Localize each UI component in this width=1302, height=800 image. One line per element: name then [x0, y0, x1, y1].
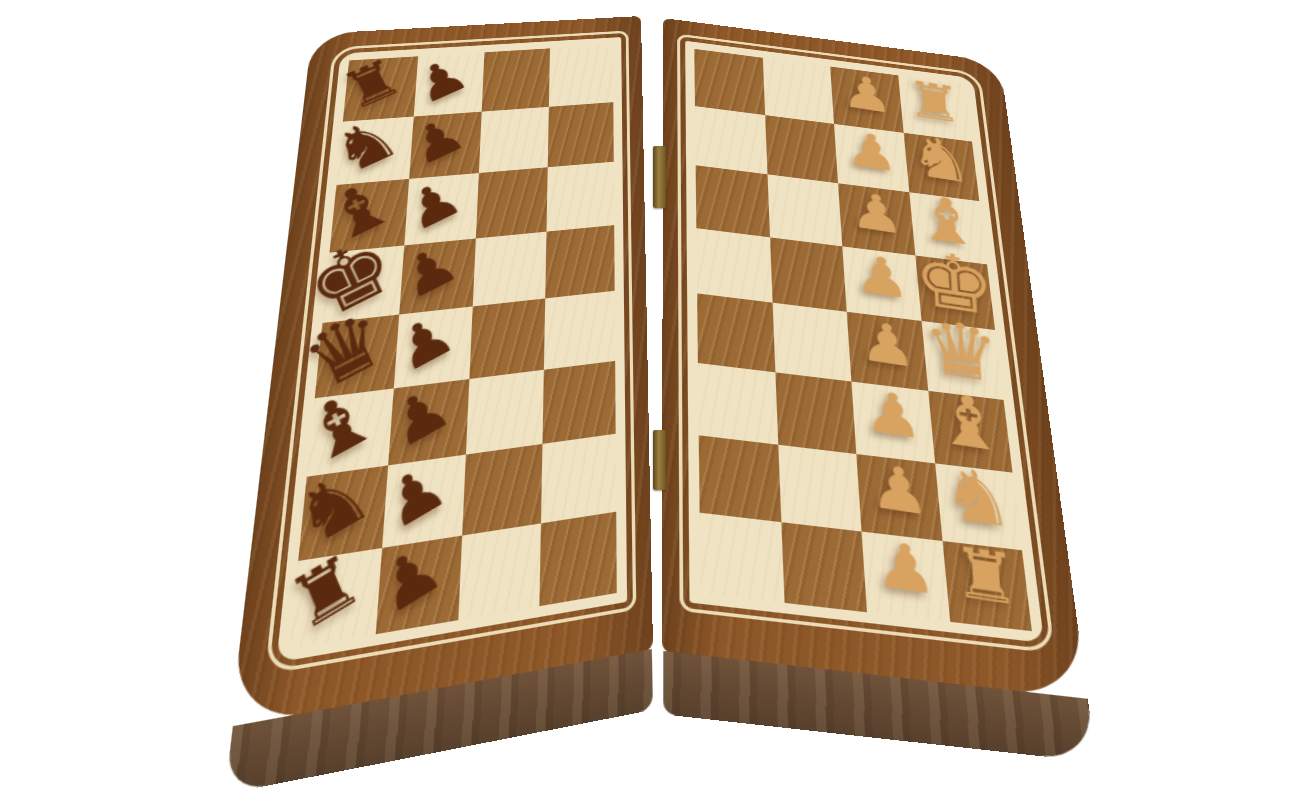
square: ♟ [830, 67, 903, 133]
square [695, 106, 767, 175]
piece-black-pawn: ♟ [375, 453, 456, 540]
square [696, 228, 772, 303]
board-grid-right: ♟♜♟♞♟♝♟♚♟♛♟♝♟♞♟♜ [694, 49, 1032, 631]
square [762, 58, 834, 124]
piece-white-pawn: ♟ [858, 313, 917, 376]
board-right-panel: ♟♜♟♞♟♝♟♚♟♛♟♝♟♞♟♜ [662, 18, 1088, 700]
square: ♟ [842, 246, 921, 321]
board-grid-left: ♜♟♞♟♝♟♚♟♛♟♝♟♞♟♜♟ [289, 45, 617, 650]
square [700, 512, 784, 603]
square [458, 523, 540, 620]
square [765, 115, 838, 184]
square [476, 167, 547, 238]
square [772, 303, 851, 381]
brass-hinge-top [653, 146, 666, 208]
piece-white-rook: ♜ [951, 537, 1023, 617]
piece-white-pawn: ♟ [873, 532, 938, 605]
square [545, 225, 615, 299]
square [546, 162, 614, 232]
board-left-panel: ♜♟♞♟♝♟♚♟♛♟♝♟♞♟♜♟ [230, 16, 653, 728]
piece-black-pawn: ♟ [402, 108, 473, 174]
piece-white-knight: ♞ [940, 456, 1016, 539]
piece-white-pawn: ♟ [868, 455, 931, 525]
square [781, 522, 867, 613]
piece-black-pawn: ♟ [381, 377, 460, 459]
right-panel-frame: ♟♜♟♞♟♝♟♚♟♛♟♝♟♞♟♜ [662, 18, 1088, 700]
piece-white-pawn: ♟ [840, 67, 893, 120]
square [769, 237, 846, 312]
piece-black-pawn: ♟ [397, 171, 470, 240]
square [469, 298, 544, 378]
square [462, 444, 542, 535]
piece-white-pawn: ♟ [853, 247, 911, 307]
brass-hinge-bottom [653, 430, 666, 490]
square [466, 369, 543, 454]
square [540, 434, 616, 523]
piece-black-pawn: ♟ [407, 49, 476, 111]
square [539, 511, 617, 606]
piece-white-pawn: ♟ [844, 124, 899, 179]
square [767, 174, 842, 246]
piece-white-pawn: ♟ [863, 382, 924, 448]
square: ♟ [847, 312, 928, 390]
square [699, 435, 781, 521]
square [778, 445, 862, 531]
square [548, 45, 613, 107]
square: ♟ [838, 183, 915, 255]
square [775, 372, 857, 454]
square: ♜ [942, 540, 1032, 631]
left-panel-frame: ♜♟♞♟♝♟♚♟♛♟♝♟♞♟♜♟ [230, 16, 653, 728]
square: ♟ [834, 124, 909, 193]
piece-black-pawn: ♟ [368, 534, 451, 626]
square [542, 360, 616, 444]
left-playing-area: ♜♟♞♟♝♟♚♟♛♟♝♟♞♟♜♟ [276, 37, 627, 663]
square [482, 48, 550, 111]
piece-white-pawn: ♟ [848, 184, 904, 242]
square [694, 49, 764, 115]
square: ♟ [856, 454, 942, 540]
square [696, 165, 770, 237]
square: ♟ [862, 531, 950, 622]
right-playing-area: ♟♜♟♞♟♝♟♚♟♛♟♝♟♞♟♜ [685, 41, 1044, 643]
square [543, 291, 615, 370]
chess-set-photo: ♜♟♞♟♝♟♚♟♛♟♝♟♞♟♜♟ ♟♜♟♞♟♝♟♚♟♛♟♝♟♞♟♜ [0, 0, 1302, 800]
square: ♟ [851, 381, 934, 463]
piece-black-rook: ♜ [279, 542, 371, 645]
square: ♟ [375, 535, 462, 634]
square [473, 231, 546, 306]
square [698, 362, 778, 444]
square [547, 102, 614, 168]
square [697, 293, 775, 371]
square [479, 106, 549, 173]
